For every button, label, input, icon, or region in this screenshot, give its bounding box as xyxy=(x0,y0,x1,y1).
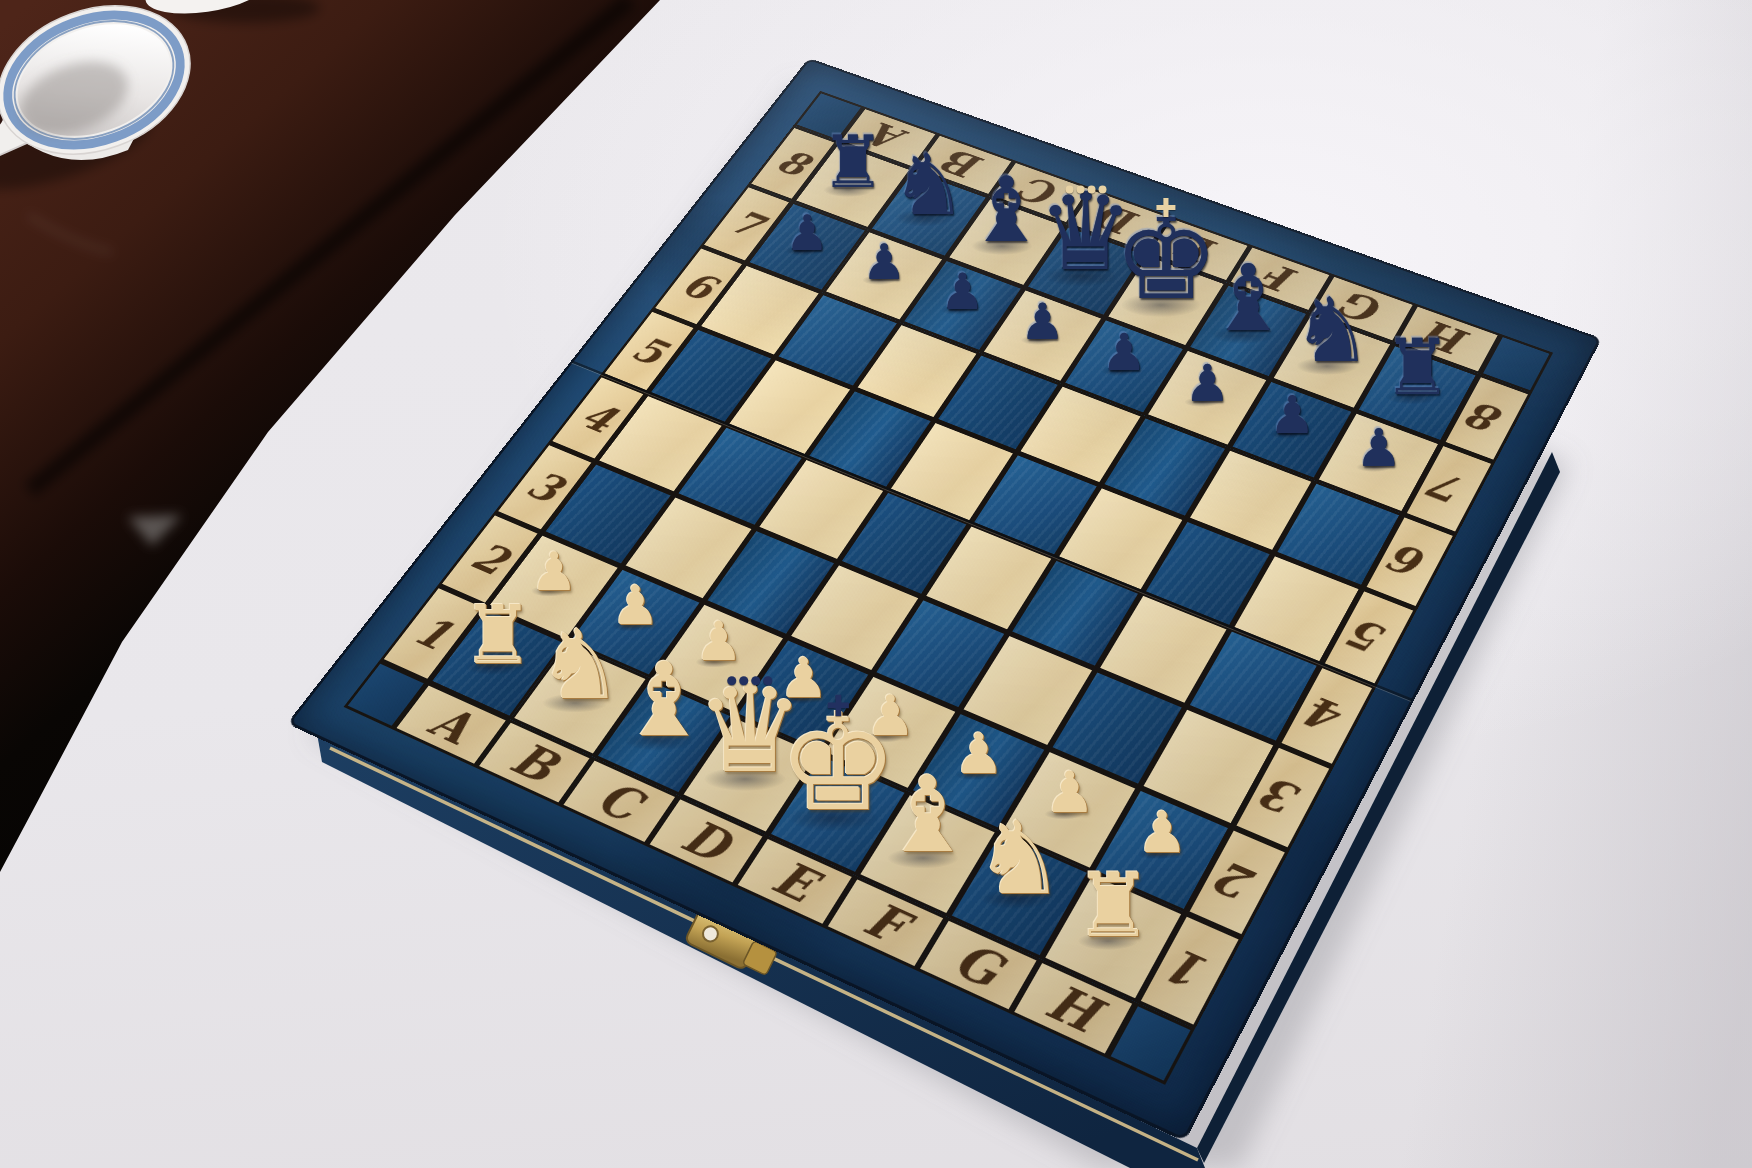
photo-scene: ABCDEFGHABCDEFGH8765432187654321 ♜♞♝♛♚✚♝… xyxy=(0,0,1752,1168)
